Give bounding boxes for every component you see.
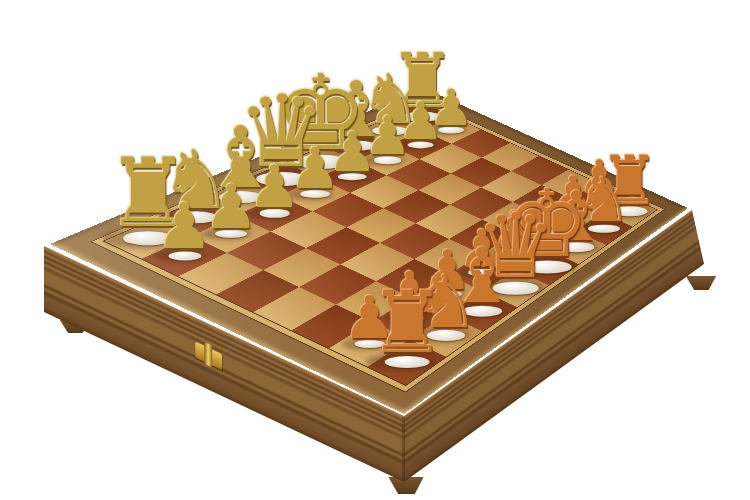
box-corner-seam: [402, 417, 405, 481]
chess-set-photo: ♜♞♝♛♚♝♞♜♟♟♟♟♟♟♟♟♟♟♟♟♟♟♟♟♜♞♝♛♚♝♞♜: [0, 0, 750, 500]
box-latch-icon: [195, 341, 222, 370]
box-foot-right: [682, 276, 720, 290]
pawn-glyph: ♟: [156, 195, 213, 259]
rook-glyph: ♜: [369, 279, 446, 365]
